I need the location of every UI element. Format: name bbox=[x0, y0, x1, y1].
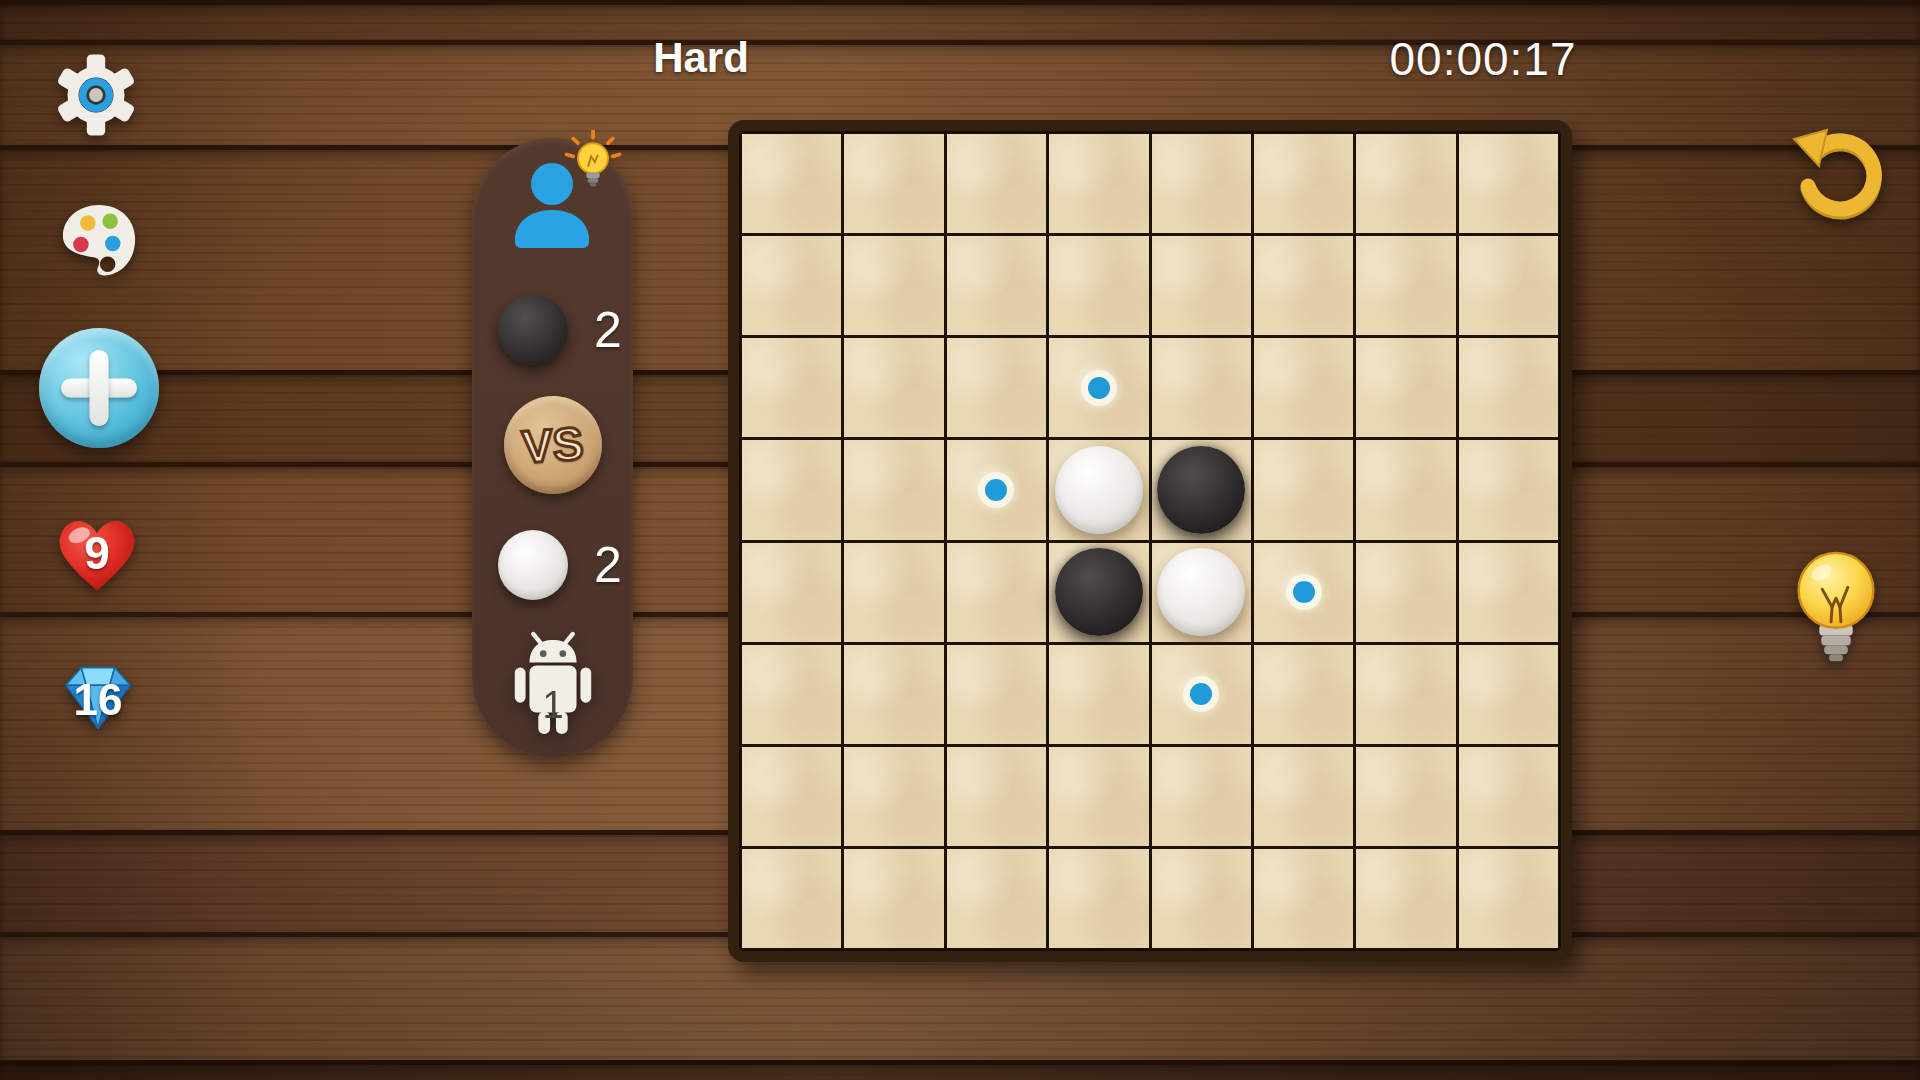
cell-d6[interactable] bbox=[1049, 645, 1148, 744]
white-disc-icon bbox=[498, 530, 568, 600]
othello-board bbox=[728, 120, 1572, 962]
cell-a5[interactable] bbox=[742, 543, 841, 642]
board-grid bbox=[739, 131, 1561, 951]
cell-f3[interactable] bbox=[1254, 338, 1353, 437]
vs-badge: VS bbox=[504, 396, 602, 494]
cell-a1[interactable] bbox=[742, 134, 841, 233]
black-count: 2 bbox=[594, 301, 622, 359]
cell-d8[interactable] bbox=[1049, 849, 1148, 948]
robot-level: 1 bbox=[504, 684, 602, 727]
cell-g4[interactable] bbox=[1356, 440, 1455, 539]
cell-f2[interactable] bbox=[1254, 236, 1353, 335]
legal-move-dot-e6[interactable] bbox=[1190, 683, 1212, 705]
legal-move-dot-f5[interactable] bbox=[1293, 581, 1315, 603]
cell-e2[interactable] bbox=[1152, 236, 1251, 335]
cell-g7[interactable] bbox=[1356, 747, 1455, 846]
cell-d2[interactable] bbox=[1049, 236, 1148, 335]
black-score-row: 2 bbox=[472, 295, 633, 365]
legal-move-dot-c4[interactable] bbox=[985, 479, 1007, 501]
cell-c4[interactable] bbox=[947, 440, 1046, 539]
cell-e6[interactable] bbox=[1152, 645, 1251, 744]
cell-c3[interactable] bbox=[947, 338, 1046, 437]
cell-d1[interactable] bbox=[1049, 134, 1148, 233]
cell-c1[interactable] bbox=[947, 134, 1046, 233]
difficulty-label: Hard bbox=[601, 34, 801, 82]
game-screen: Hard 00:00:17 bbox=[0, 0, 1920, 1080]
black-disc-icon bbox=[498, 295, 568, 365]
cell-b8[interactable] bbox=[844, 849, 943, 948]
theme-button[interactable] bbox=[56, 198, 142, 284]
cell-g5[interactable] bbox=[1356, 543, 1455, 642]
legal-move-dot-d3[interactable] bbox=[1088, 377, 1110, 399]
cell-g8[interactable] bbox=[1356, 849, 1455, 948]
cell-e7[interactable] bbox=[1152, 747, 1251, 846]
cell-f7[interactable] bbox=[1254, 747, 1353, 846]
vs-label: VS bbox=[521, 416, 586, 474]
cell-h2[interactable] bbox=[1459, 236, 1558, 335]
cell-d5[interactable] bbox=[1049, 543, 1148, 642]
robot-opponent: 1 bbox=[504, 630, 602, 742]
cell-b4[interactable] bbox=[844, 440, 943, 539]
settings-button[interactable] bbox=[50, 49, 142, 141]
cell-d3[interactable] bbox=[1049, 338, 1148, 437]
hint-button[interactable] bbox=[1786, 546, 1886, 674]
white-score-row: 2 bbox=[472, 530, 633, 600]
cell-h8[interactable] bbox=[1459, 849, 1558, 948]
cell-e5[interactable] bbox=[1152, 543, 1251, 642]
gems-count: 16 bbox=[49, 650, 147, 744]
cell-h3[interactable] bbox=[1459, 338, 1558, 437]
lives-count: 9 bbox=[49, 510, 145, 596]
cell-h5[interactable] bbox=[1459, 543, 1558, 642]
black-disc bbox=[1055, 548, 1143, 636]
cell-f5[interactable] bbox=[1254, 543, 1353, 642]
cell-g1[interactable] bbox=[1356, 134, 1455, 233]
cell-a2[interactable] bbox=[742, 236, 841, 335]
new-game-button[interactable] bbox=[39, 328, 159, 448]
cell-b3[interactable] bbox=[844, 338, 943, 437]
cell-a6[interactable] bbox=[742, 645, 841, 744]
cell-b7[interactable] bbox=[844, 747, 943, 846]
cell-a8[interactable] bbox=[742, 849, 841, 948]
cell-f1[interactable] bbox=[1254, 134, 1353, 233]
cell-e8[interactable] bbox=[1152, 849, 1251, 948]
cell-b1[interactable] bbox=[844, 134, 943, 233]
lives-button[interactable]: 9 bbox=[49, 510, 145, 596]
cell-e3[interactable] bbox=[1152, 338, 1251, 437]
cell-f4[interactable] bbox=[1254, 440, 1353, 539]
cell-e1[interactable] bbox=[1152, 134, 1251, 233]
palette-icon bbox=[56, 198, 142, 284]
gear-icon bbox=[50, 49, 142, 141]
cell-b5[interactable] bbox=[844, 543, 943, 642]
cell-h4[interactable] bbox=[1459, 440, 1558, 539]
cell-g3[interactable] bbox=[1356, 338, 1455, 437]
cell-a7[interactable] bbox=[742, 747, 841, 846]
undo-arrow-icon bbox=[1784, 114, 1894, 230]
cell-g2[interactable] bbox=[1356, 236, 1455, 335]
cell-h7[interactable] bbox=[1459, 747, 1558, 846]
cell-f8[interactable] bbox=[1254, 849, 1353, 948]
cell-b6[interactable] bbox=[844, 645, 943, 744]
cell-g6[interactable] bbox=[1356, 645, 1455, 744]
cell-c6[interactable] bbox=[947, 645, 1046, 744]
cell-d4[interactable] bbox=[1049, 440, 1148, 539]
game-timer: 00:00:17 bbox=[1377, 32, 1589, 86]
cell-c5[interactable] bbox=[947, 543, 1046, 642]
white-disc bbox=[1157, 548, 1245, 636]
cell-f6[interactable] bbox=[1254, 645, 1353, 744]
gems-button[interactable]: 16 bbox=[49, 650, 147, 738]
cell-a3[interactable] bbox=[742, 338, 841, 437]
black-disc bbox=[1157, 446, 1245, 534]
cell-c7[interactable] bbox=[947, 747, 1046, 846]
players-panel: 2 VS 2 bbox=[472, 138, 633, 758]
white-disc bbox=[1055, 446, 1143, 534]
cell-c2[interactable] bbox=[947, 236, 1046, 335]
cell-a4[interactable] bbox=[742, 440, 841, 539]
cell-h1[interactable] bbox=[1459, 134, 1558, 233]
white-count: 2 bbox=[594, 536, 622, 594]
lightbulb-icon bbox=[1786, 546, 1886, 674]
undo-button[interactable] bbox=[1784, 114, 1894, 230]
cell-d7[interactable] bbox=[1049, 747, 1148, 846]
cell-e4[interactable] bbox=[1152, 440, 1251, 539]
cell-h6[interactable] bbox=[1459, 645, 1558, 744]
cell-b2[interactable] bbox=[844, 236, 943, 335]
cell-c8[interactable] bbox=[947, 849, 1046, 948]
lightbulb-icon bbox=[564, 130, 622, 196]
